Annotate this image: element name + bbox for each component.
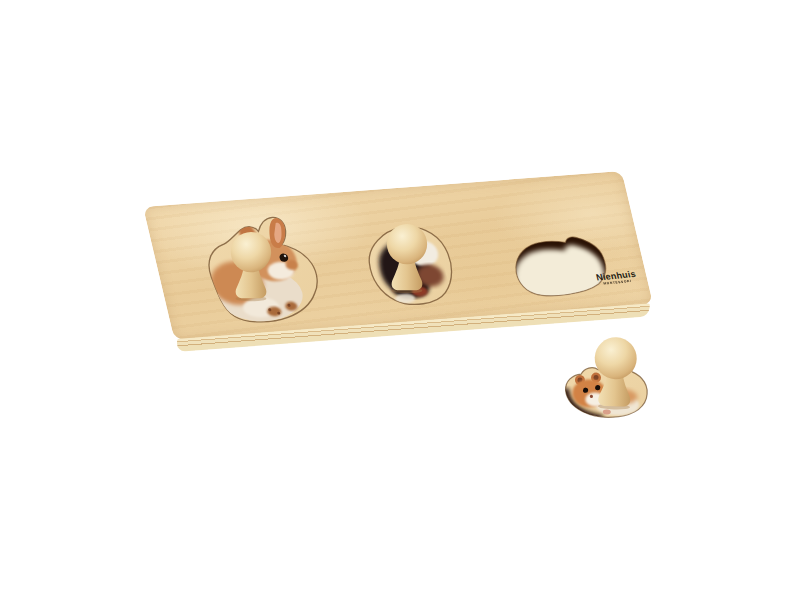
product-photo-scene: Nienhuis MONTESSORI: [0, 0, 800, 600]
hamster-knob[interactable]: [588, 335, 643, 411]
hamster-piece-loose[interactable]: [555, 334, 662, 424]
hamster-slot-empty[interactable]: [495, 228, 621, 307]
guinea-pig-knob[interactable]: [383, 223, 431, 294]
rabbit-knob[interactable]: [227, 231, 275, 302]
